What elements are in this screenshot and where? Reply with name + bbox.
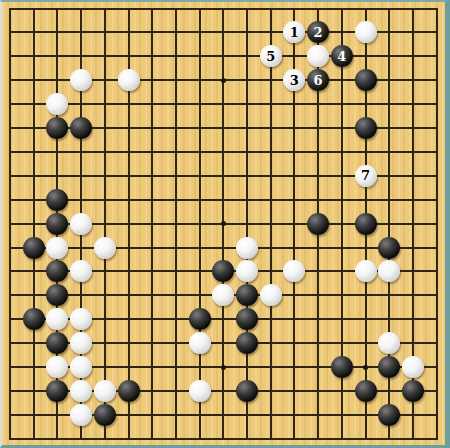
move-stone-2-black: 2 xyxy=(307,21,329,43)
move-stone-1-white: 1 xyxy=(283,21,305,43)
stone-black xyxy=(23,237,45,259)
stone-black xyxy=(378,356,400,378)
grid-line xyxy=(246,8,248,440)
stone-white xyxy=(94,380,116,402)
stone-black xyxy=(378,404,400,426)
stone-black xyxy=(236,380,258,402)
stone-black xyxy=(94,404,116,426)
stone-black xyxy=(212,260,234,282)
stone-white xyxy=(212,284,234,306)
star-point xyxy=(221,78,226,83)
stone-white xyxy=(46,356,68,378)
stone-white xyxy=(355,21,377,43)
move-stone-6-black: 6 xyxy=(307,69,329,91)
move-number-label: 4 xyxy=(337,50,346,63)
stone-white xyxy=(283,260,305,282)
stone-black xyxy=(118,380,140,402)
stone-black xyxy=(355,380,377,402)
move-number-label: 3 xyxy=(290,74,299,87)
move-number-label: 5 xyxy=(266,50,275,63)
grid-line xyxy=(9,247,438,249)
stone-white xyxy=(236,237,258,259)
stone-black xyxy=(355,69,377,91)
stone-white xyxy=(46,237,68,259)
move-stone-4-black: 4 xyxy=(331,45,353,67)
stone-black xyxy=(46,284,68,306)
stone-white xyxy=(260,284,282,306)
stone-black xyxy=(70,117,92,139)
stone-white xyxy=(70,308,92,330)
stone-black xyxy=(355,117,377,139)
stone-white xyxy=(402,356,424,378)
move-number-label: 2 xyxy=(314,26,323,39)
grid-line xyxy=(436,8,438,440)
stone-black xyxy=(46,380,68,402)
stone-white xyxy=(70,404,92,426)
move-number-label: 7 xyxy=(361,169,370,182)
star-point xyxy=(221,221,226,226)
stone-black xyxy=(236,284,258,306)
stone-black xyxy=(355,213,377,235)
stone-black xyxy=(378,237,400,259)
grid-line xyxy=(9,438,438,440)
move-stone-7-white: 7 xyxy=(355,165,377,187)
go-board[interactable]: 1254367 xyxy=(2,2,445,445)
grid-line xyxy=(270,8,272,440)
star-point xyxy=(221,365,226,370)
stone-white xyxy=(46,93,68,115)
stone-white xyxy=(70,260,92,282)
stone-white xyxy=(70,69,92,91)
stone-white xyxy=(189,380,211,402)
stone-white xyxy=(378,332,400,354)
stone-black xyxy=(46,260,68,282)
stone-black xyxy=(46,117,68,139)
move-number-label: 6 xyxy=(314,74,323,87)
move-stone-5-white: 5 xyxy=(260,45,282,67)
stone-white xyxy=(70,332,92,354)
stone-black xyxy=(189,308,211,330)
stone-black xyxy=(402,380,424,402)
stone-white xyxy=(378,260,400,282)
stone-white xyxy=(236,260,258,282)
move-stone-3-white: 3 xyxy=(283,69,305,91)
stone-white xyxy=(94,237,116,259)
stone-white xyxy=(355,260,377,282)
stone-black xyxy=(236,332,258,354)
stone-black xyxy=(236,308,258,330)
stone-white xyxy=(118,69,140,91)
stone-black xyxy=(331,356,353,378)
stone-black xyxy=(46,332,68,354)
stone-white xyxy=(46,308,68,330)
stone-white xyxy=(307,45,329,67)
stone-white xyxy=(189,332,211,354)
stone-black xyxy=(46,189,68,211)
star-point xyxy=(363,365,368,370)
board-frame: 1254367 xyxy=(0,0,450,448)
stone-black xyxy=(307,213,329,235)
stone-white xyxy=(70,213,92,235)
stone-white xyxy=(70,356,92,378)
stone-black xyxy=(23,308,45,330)
stone-black xyxy=(46,213,68,235)
move-number-label: 1 xyxy=(290,26,299,39)
stone-white xyxy=(70,380,92,402)
